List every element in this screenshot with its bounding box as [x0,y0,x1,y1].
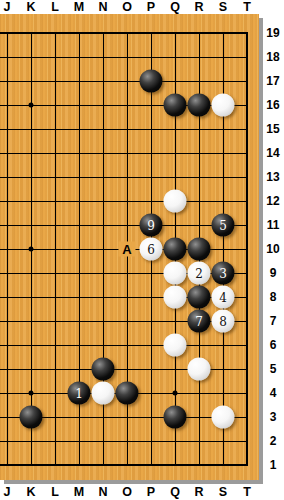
col-label-bottom-Q: Q [163,485,187,499]
col-label-top-Q: Q [163,0,187,14]
board[interactable]: A 956234781 [0,14,259,480]
stone-white-Q9[interactable] [164,262,187,285]
move-number-1: 1 [75,387,83,399]
star-K4 [29,391,34,396]
move-number-9: 9 [147,219,155,231]
col-label-top-T: T [235,0,259,14]
col-label-bottom-T: T [235,485,259,499]
stone-black-7-R7[interactable]: 7 [188,310,211,333]
row-label-4: 4 [263,386,283,400]
grid-vline-J [7,32,8,466]
row-label-3: 3 [263,410,283,424]
stone-white-2-R9[interactable]: 2 [188,262,211,285]
stone-black-Q16[interactable] [164,94,187,117]
col-label-bottom-K: K [19,485,43,499]
move-number-3: 3 [219,267,227,279]
go-diagram-page: JKLMNOPQRST A 956234781 1918171615141312… [0,0,284,500]
row-label-15: 15 [263,122,283,136]
col-label-top-P: P [139,0,163,14]
stone-black-5-S11[interactable]: 5 [212,214,235,237]
stone-black-R8[interactable] [188,286,211,309]
stone-black-O4[interactable] [116,382,139,405]
col-label-bottom-N: N [91,485,115,499]
col-label-top-M: M [67,0,91,14]
stone-black-R16[interactable] [188,94,211,117]
col-label-top-R: R [187,0,211,14]
stone-white-R5[interactable] [188,358,211,381]
stone-black-9-P11[interactable]: 9 [140,214,163,237]
stone-white-6-P10[interactable]: 6 [140,238,163,261]
row-label-9: 9 [263,266,283,280]
mark-A-O10: A [119,242,136,257]
star-K10 [29,247,34,252]
col-label-bottom-R: R [187,485,211,499]
stone-white-8-S7[interactable]: 8 [212,310,235,333]
row-label-17: 17 [263,74,283,88]
star-K16 [29,103,34,108]
stone-black-1-M4[interactable]: 1 [68,382,91,405]
row-label-5: 5 [263,362,283,376]
grid-hline-12 [0,201,248,202]
stone-black-3-S9[interactable]: 3 [212,262,235,285]
row-label-16: 16 [263,98,283,112]
move-number-7: 7 [195,315,203,327]
col-label-bottom-M: M [67,485,91,499]
move-number-2: 2 [195,267,203,279]
grid-hline-18 [0,57,248,58]
row-label-19: 19 [263,26,283,40]
col-label-top-S: S [211,0,235,14]
stone-black-Q3[interactable] [164,406,187,429]
grid-hline-17 [0,81,248,82]
stone-white-4-S8[interactable]: 4 [212,286,235,309]
grid-hline-6 [0,345,248,346]
move-number-6: 6 [147,243,155,255]
row-label-10: 10 [263,242,283,256]
stone-black-R10[interactable] [188,238,211,261]
stone-white-Q12[interactable] [164,190,187,213]
grid-hline-1 [0,464,248,466]
grid-hline-14 [0,153,248,154]
grid-hline-19 [0,32,248,34]
grid-vline-L [55,32,56,466]
move-number-4: 4 [219,291,227,303]
stone-black-N5[interactable] [92,358,115,381]
row-label-8: 8 [263,290,283,304]
stone-black-P17[interactable] [140,70,163,93]
grid-hline-13 [0,177,248,178]
row-label-11: 11 [263,218,283,232]
move-number-8: 8 [219,315,227,327]
stone-white-S16[interactable] [212,94,235,117]
col-label-top-O: O [115,0,139,14]
stone-white-N4[interactable] [92,382,115,405]
stone-white-S3[interactable] [212,406,235,429]
row-label-6: 6 [263,338,283,352]
row-label-12: 12 [263,194,283,208]
row-label-14: 14 [263,146,283,160]
star-Q4 [173,391,178,396]
col-label-top-N: N [91,0,115,14]
row-label-13: 13 [263,170,283,184]
col-label-top-K: K [19,0,43,14]
move-number-5: 5 [219,219,227,231]
stone-white-Q6[interactable] [164,334,187,357]
col-label-top-L: L [43,0,67,14]
row-label-7: 7 [263,314,283,328]
col-label-top-J: J [0,0,19,14]
col-label-bottom-O: O [115,485,139,499]
col-label-bottom-P: P [139,485,163,499]
stone-white-Q8[interactable] [164,286,187,309]
col-label-bottom-L: L [43,485,67,499]
row-label-1: 1 [263,458,283,472]
grid-vline-T [246,32,248,466]
row-label-18: 18 [263,50,283,64]
grid-hline-2 [0,441,248,442]
grid-hline-15 [0,129,248,130]
row-label-2: 2 [263,434,283,448]
grid-hline-5 [0,369,248,370]
col-label-bottom-S: S [211,485,235,499]
stone-black-Q10[interactable] [164,238,187,261]
stone-black-K3[interactable] [20,406,43,429]
col-label-bottom-J: J [0,485,19,499]
